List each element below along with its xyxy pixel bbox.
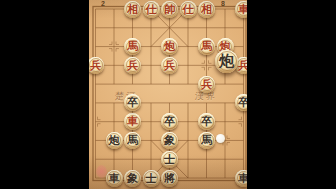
piece-character: 兵	[164, 60, 175, 71]
piece-character: 馬	[127, 135, 138, 146]
piece-red-soldier[interactable]: 兵	[161, 57, 178, 74]
piece-character: 車	[238, 173, 247, 184]
pieces-layer: 相仕帥仕相車馬炮馬炮兵兵兵兵兵車炮卒卒卒卒炮馬象馬士車象士將車	[89, 0, 247, 189]
piece-black-advisor[interactable]: 士	[161, 151, 178, 168]
piece-character: 士	[146, 173, 157, 184]
piece-character: 炮	[219, 54, 234, 69]
piece-black-advisor[interactable]: 士	[143, 170, 160, 187]
piece-red-chariot[interactable]: 車	[124, 113, 141, 130]
piece-character: 相	[201, 4, 212, 15]
letterbox-right	[247, 0, 336, 189]
piece-black-cannon[interactable]: 炮	[215, 50, 238, 73]
piece-black-cannon[interactable]: 炮	[106, 132, 123, 149]
top-left-number-label: 2	[101, 0, 105, 8]
piece-character: 炮	[109, 135, 120, 146]
piece-character: 炮	[164, 41, 175, 52]
piece-red-cannon[interactable]: 炮	[161, 38, 178, 55]
white-dot-effect	[216, 134, 225, 143]
piece-black-king[interactable]: 將	[161, 170, 178, 187]
piece-red-chariot[interactable]: 車	[235, 1, 247, 18]
piece-character: 馬	[201, 41, 212, 52]
piece-red-elephant[interactable]: 相	[124, 1, 141, 18]
piece-red-elephant[interactable]: 相	[198, 1, 215, 18]
piece-black-horse[interactable]: 馬	[124, 132, 141, 149]
piece-character: 兵	[201, 79, 212, 90]
piece-red-advisor[interactable]: 仕	[180, 1, 197, 18]
piece-character: 象	[127, 173, 138, 184]
piece-character: 車	[109, 173, 120, 184]
letterbox-left	[0, 0, 89, 189]
piece-black-soldier[interactable]: 卒	[235, 94, 247, 111]
piece-red-horse[interactable]: 馬	[124, 38, 141, 55]
piece-red-horse[interactable]: 馬	[198, 38, 215, 55]
piece-black-soldier[interactable]: 卒	[198, 113, 215, 130]
piece-character: 卒	[201, 116, 212, 127]
piece-black-elephant[interactable]: 象	[124, 170, 141, 187]
piece-character: 仕	[146, 4, 157, 15]
piece-red-soldier[interactable]: 兵	[124, 57, 141, 74]
piece-character: 兵	[90, 60, 101, 71]
piece-black-chariot[interactable]: 車	[106, 170, 123, 187]
piece-character: 車	[238, 4, 247, 15]
piece-character: 馬	[127, 41, 138, 52]
piece-character: 馬	[201, 135, 212, 146]
piece-red-soldier[interactable]: 兵	[89, 57, 104, 74]
piece-red-king[interactable]: 帥	[161, 1, 178, 18]
piece-black-elephant[interactable]: 象	[161, 132, 178, 149]
piece-character: 卒	[164, 116, 175, 127]
piece-character: 帥	[164, 4, 175, 15]
piece-black-horse[interactable]: 馬	[198, 132, 215, 149]
piece-black-soldier[interactable]: 卒	[124, 94, 141, 111]
piece-character: 相	[127, 4, 138, 15]
piece-black-soldier[interactable]: 卒	[161, 113, 178, 130]
piece-character: 兵	[127, 60, 138, 71]
screenshot-root: 2 8 楚河 漢界 相仕帥仕相車馬炮馬炮兵兵兵兵兵車炮卒卒卒卒炮馬象馬士車象士將…	[0, 0, 336, 189]
top-right-number-label: 8	[221, 0, 225, 8]
piece-character: 士	[164, 154, 175, 165]
piece-black-chariot[interactable]: 車	[235, 170, 247, 187]
piece-character: 車	[127, 116, 138, 127]
piece-red-soldier[interactable]: 兵	[198, 76, 215, 93]
game-area: 2 8 楚河 漢界 相仕帥仕相車馬炮馬炮兵兵兵兵兵車炮卒卒卒卒炮馬象馬士車象士將…	[89, 0, 247, 189]
piece-character: 將	[164, 173, 175, 184]
piece-character: 卒	[238, 97, 247, 108]
piece-character: 仕	[183, 4, 194, 15]
piece-character: 象	[164, 135, 175, 146]
piece-character: 卒	[127, 97, 138, 108]
piece-red-advisor[interactable]: 仕	[143, 1, 160, 18]
piece-character: 兵	[238, 60, 247, 71]
